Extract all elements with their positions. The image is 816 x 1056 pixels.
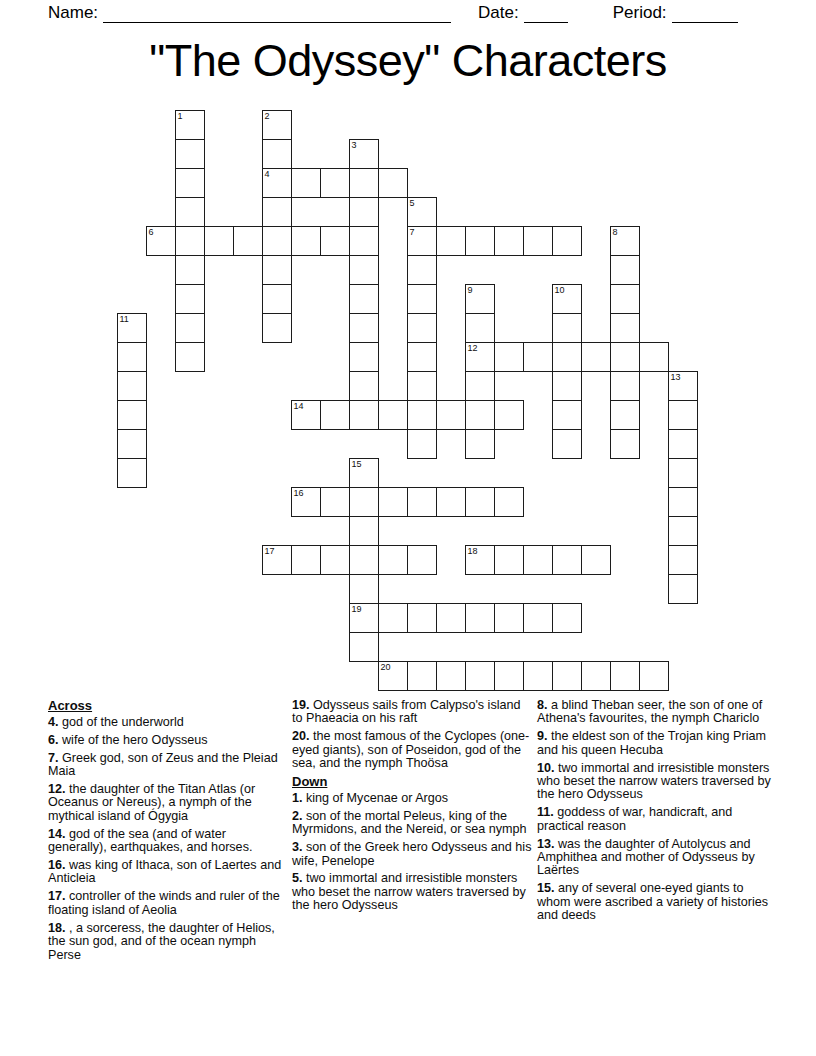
grid-cell-r16c8[interactable] [349, 574, 379, 604]
grid-cell-r1c8[interactable]: 3 [349, 139, 379, 169]
grid-cell-r17c9[interactable] [378, 603, 408, 633]
cell-number: 15 [352, 459, 362, 469]
grid-cell-r15c6[interactable] [291, 545, 321, 575]
grid-cell-r10c8[interactable] [349, 400, 379, 430]
cell-number: 12 [468, 343, 478, 353]
grid-cell-r15c8[interactable] [349, 545, 379, 575]
grid-cell-r7c5[interactable] [262, 313, 292, 343]
grid-cell-r8c14[interactable] [523, 342, 553, 372]
clue-across-16: 16. was king of Ithaca, son of Laertes a… [48, 859, 284, 886]
clue-across-17: 17. controller of the winds and ruler of… [48, 890, 284, 917]
cell-number: 20 [381, 662, 391, 672]
grid-cell-r4c14[interactable] [523, 226, 553, 256]
cell-number: 11 [120, 314, 129, 324]
grid-cell-r4c1[interactable]: 6 [146, 226, 176, 256]
grid-cell-r10c19[interactable] [668, 400, 698, 430]
grid-cell-r5c10[interactable] [407, 255, 437, 285]
clue-number-label: 18. [48, 921, 69, 935]
grid-cell-r17c11[interactable] [436, 603, 466, 633]
clue-number-label: 6. [48, 733, 62, 747]
clue-number-label: 20. [292, 729, 313, 743]
grid-cell-r19c12[interactable] [465, 661, 495, 691]
grid-cell-r5c5[interactable] [262, 255, 292, 285]
grid-cell-r19c9[interactable]: 20 [378, 661, 408, 691]
grid-cell-r17c14[interactable] [523, 603, 553, 633]
grid-cell-r4c2[interactable] [175, 226, 205, 256]
grid-cell-r15c9[interactable] [378, 545, 408, 575]
grid-cell-r15c19[interactable] [668, 545, 698, 575]
grid-cell-r11c10[interactable] [407, 429, 437, 459]
clue-across-4: 4. god of the underworld [48, 716, 284, 729]
grid-cell-r13c10[interactable] [407, 487, 437, 517]
grid-cell-r19c10[interactable] [407, 661, 437, 691]
clue-across-20: 20. the most famous of the Cyclopes (one… [292, 730, 532, 770]
cell-number: 9 [468, 285, 473, 295]
clue-number-label: 12. [48, 782, 69, 796]
cell-number: 6 [149, 227, 154, 237]
grid-cell-r10c0[interactable] [117, 400, 147, 430]
grid-cell-r9c8[interactable] [349, 371, 379, 401]
grid-cell-r19c15[interactable] [552, 661, 582, 691]
grid-cell-r10c17[interactable] [610, 400, 640, 430]
grid-cell-r13c12[interactable] [465, 487, 495, 517]
grid-cell-r7c12[interactable] [465, 313, 495, 343]
grid-cell-r6c17[interactable] [610, 284, 640, 314]
grid-cell-r10c9[interactable] [378, 400, 408, 430]
grid-cell-r0c2[interactable]: 1 [175, 110, 205, 140]
grid-cell-r9c15[interactable] [552, 371, 582, 401]
clue-down-8: 8. a blind Theban seer, the son of one o… [537, 699, 777, 726]
across-heading: Across [48, 699, 284, 712]
grid-cell-r4c13[interactable] [494, 226, 524, 256]
grid-cell-r5c17[interactable] [610, 255, 640, 285]
grid-cell-r4c6[interactable] [291, 226, 321, 256]
grid-cell-r13c8[interactable] [349, 487, 379, 517]
clue-number-label: 17. [48, 889, 69, 903]
date-label: Date: [478, 3, 519, 23]
grid-cell-r8c12[interactable]: 12 [465, 342, 495, 372]
grid-cell-r15c7[interactable] [320, 545, 350, 575]
cell-number: 1 [178, 111, 183, 121]
grid-cell-r8c13[interactable] [494, 342, 524, 372]
grid-cell-r7c0[interactable]: 11 [117, 313, 147, 343]
clue-number-label: 16. [48, 858, 69, 872]
grid-cell-r0c5[interactable]: 2 [262, 110, 292, 140]
grid-cell-r4c7[interactable] [320, 226, 350, 256]
clue-across-12: 12. the daughter of the Titan Atlas (or … [48, 783, 284, 823]
cell-number: 7 [410, 227, 415, 237]
grid-cell-r2c8[interactable] [349, 168, 379, 198]
grid-cell-r18c8[interactable] [349, 632, 379, 662]
grid-cell-r7c2[interactable] [175, 313, 205, 343]
grid-cell-r17c13[interactable] [494, 603, 524, 633]
grid-cell-r6c15[interactable]: 10 [552, 284, 582, 314]
down-heading: Down [292, 775, 532, 788]
cell-number: 8 [613, 227, 618, 237]
grid-cell-r2c2[interactable] [175, 168, 205, 198]
period-input-line[interactable] [672, 7, 738, 23]
grid-cell-r9c12[interactable] [465, 371, 495, 401]
grid-cell-r13c11[interactable] [436, 487, 466, 517]
grid-cell-r11c15[interactable] [552, 429, 582, 459]
cell-number: 3 [352, 140, 357, 150]
grid-cell-r10c15[interactable] [552, 400, 582, 430]
clue-down-10: 10. two immortal and irresistible monste… [537, 762, 777, 802]
clue-down-13: 13. was the daughter of Autolycus and Am… [537, 838, 777, 878]
grid-cell-r17c15[interactable] [552, 603, 582, 633]
grid-cell-r3c8[interactable] [349, 197, 379, 227]
cell-number: 17 [265, 546, 275, 556]
grid-cell-r19c14[interactable] [523, 661, 553, 691]
grid-cell-r4c3[interactable] [204, 226, 234, 256]
grid-cell-r12c0[interactable] [117, 458, 147, 488]
clue-number-label: 8. [537, 698, 551, 712]
grid-cell-r13c6[interactable]: 16 [291, 487, 321, 517]
puzzle-title: "The Odyssey" Characters [0, 35, 816, 87]
clue-down-15: 15. any of several one-eyed giants to wh… [537, 882, 777, 922]
grid-cell-r11c0[interactable] [117, 429, 147, 459]
grid-cell-r14c19[interactable] [668, 516, 698, 546]
grid-cell-r2c6[interactable] [291, 168, 321, 198]
clue-number-label: 14. [48, 827, 69, 841]
grid-cell-r11c12[interactable] [465, 429, 495, 459]
clue-number-label: 4. [48, 715, 62, 729]
grid-cell-r10c13[interactable] [494, 400, 524, 430]
cell-number: 13 [671, 372, 681, 382]
grid-cell-r15c10[interactable] [407, 545, 437, 575]
grid-cell-r7c17[interactable] [610, 313, 640, 343]
clue-down-9: 9. the eldest son of the Trojan king Pri… [537, 730, 777, 757]
grid-cell-r19c11[interactable] [436, 661, 466, 691]
clue-down-5: 5. two immortal and irresistible monster… [292, 872, 532, 912]
grid-cell-r5c2[interactable] [175, 255, 205, 285]
grid-cell-r10c7[interactable] [320, 400, 350, 430]
cell-number: 4 [265, 169, 270, 179]
grid-cell-r8c17[interactable] [610, 342, 640, 372]
grid-cell-r14c8[interactable] [349, 516, 379, 546]
grid-cell-r12c19[interactable] [668, 458, 698, 488]
clue-number-label: 9. [537, 729, 551, 743]
grid-cell-r13c13[interactable] [494, 487, 524, 517]
grid-cell-r19c13[interactable] [494, 661, 524, 691]
grid-cell-r3c5[interactable] [262, 197, 292, 227]
grid-cell-r1c5[interactable] [262, 139, 292, 169]
grid-cell-r8c10[interactable] [407, 342, 437, 372]
grid-cell-r8c0[interactable] [117, 342, 147, 372]
clue-across-18: 18. , a sorceress, the daughter of Helio… [48, 922, 284, 962]
clue-across-19: 19. Odysseus sails from Calypso's island… [292, 699, 532, 726]
clue-across-7: 7. Greek god, son of Zeus and the Pleiad… [48, 752, 284, 779]
grid-cell-r10c10[interactable] [407, 400, 437, 430]
grid-cell-r10c12[interactable] [465, 400, 495, 430]
grid-cell-r3c10[interactable]: 5 [407, 197, 437, 227]
grid-cell-r8c2[interactable] [175, 342, 205, 372]
grid-cell-r7c8[interactable] [349, 313, 379, 343]
grid-cell-r15c14[interactable] [523, 545, 553, 575]
grid-cell-r4c12[interactable] [465, 226, 495, 256]
grid-cell-r8c8[interactable] [349, 342, 379, 372]
grid-cell-r15c16[interactable] [581, 545, 611, 575]
grid-cell-r4c8[interactable] [349, 226, 379, 256]
grid-cell-r2c7[interactable] [320, 168, 350, 198]
clue-down-3: 3. son of the Greek hero Odysseus and hi… [292, 841, 532, 868]
grid-cell-r6c8[interactable] [349, 284, 379, 314]
clue-down-1: 1. king of Mycenae or Argos [292, 792, 532, 805]
clue-number-label: 3. [292, 840, 306, 854]
clue-number-label: 7. [48, 751, 62, 765]
clue-column-1: Across4. god of the underworld6. wife of… [48, 699, 284, 966]
grid-cell-r1c2[interactable] [175, 139, 205, 169]
crossword-grid: 1243576891210111314151916171820 [117, 110, 698, 691]
cell-number: 5 [410, 198, 415, 208]
grid-cell-r7c10[interactable] [407, 313, 437, 343]
cell-number: 19 [352, 604, 362, 614]
name-input-line[interactable] [103, 7, 451, 23]
grid-cell-r16c19[interactable] [668, 574, 698, 604]
grid-cell-r5c8[interactable] [349, 255, 379, 285]
grid-cell-r4c17[interactable]: 8 [610, 226, 640, 256]
grid-cell-r19c16[interactable] [581, 661, 611, 691]
grid-cell-r2c5[interactable]: 4 [262, 168, 292, 198]
grid-cell-r6c12[interactable]: 9 [465, 284, 495, 314]
grid-cell-r6c2[interactable] [175, 284, 205, 314]
clue-down-11: 11. goddess of war, handicraft, and prac… [537, 806, 777, 833]
clue-across-6: 6. wife of the hero Odysseus [48, 734, 284, 747]
clue-column-2: 19. Odysseus sails from Calypso's island… [292, 699, 532, 917]
grid-cell-r17c12[interactable] [465, 603, 495, 633]
grid-cell-r4c11[interactable] [436, 226, 466, 256]
clue-number-label: 1. [292, 791, 306, 805]
clue-across-14: 14. god of the sea (and of water general… [48, 828, 284, 855]
clue-number-label: 15. [537, 881, 558, 895]
clue-number-label: 11. [537, 805, 557, 819]
cell-number: 2 [265, 111, 270, 121]
grid-cell-r19c18[interactable] [639, 661, 669, 691]
cell-number: 10 [555, 285, 565, 295]
clue-number-label: 10. [537, 761, 558, 775]
worksheet-header: Name: Date: Period: [48, 3, 738, 23]
grid-cell-r8c16[interactable] [581, 342, 611, 372]
grid-cell-r9c17[interactable] [610, 371, 640, 401]
grid-cell-r17c10[interactable] [407, 603, 437, 633]
grid-cell-r15c15[interactable] [552, 545, 582, 575]
grid-cell-r19c17[interactable] [610, 661, 640, 691]
clue-column-3: 8. a blind Theban seer, the son of one o… [537, 699, 777, 927]
grid-cell-r6c5[interactable] [262, 284, 292, 314]
grid-cell-r8c18[interactable] [639, 342, 669, 372]
grid-cell-r9c19[interactable]: 13 [668, 371, 698, 401]
grid-cell-r4c5[interactable] [262, 226, 292, 256]
grid-cell-r12c8[interactable]: 15 [349, 458, 379, 488]
grid-cell-r15c13[interactable] [494, 545, 524, 575]
period-label: Period: [613, 3, 667, 23]
clue-number-label: 2. [292, 809, 306, 823]
clue-down-2: 2. son of the mortal Peleus, king of the… [292, 810, 532, 837]
grid-cell-r11c19[interactable] [668, 429, 698, 459]
grid-cell-r10c6[interactable]: 14 [291, 400, 321, 430]
grid-cell-r6c10[interactable] [407, 284, 437, 314]
grid-cell-r15c12[interactable]: 18 [465, 545, 495, 575]
grid-cell-r13c9[interactable] [378, 487, 408, 517]
grid-cell-r9c0[interactable] [117, 371, 147, 401]
grid-cell-r8c15[interactable] [552, 342, 582, 372]
name-label: Name: [48, 3, 98, 23]
clue-number-label: 5. [292, 871, 306, 885]
clue-number-label: 13. [537, 837, 558, 851]
grid-cell-r13c7[interactable] [320, 487, 350, 517]
grid-cell-r7c15[interactable] [552, 313, 582, 343]
grid-cell-r11c17[interactable] [610, 429, 640, 459]
cell-number: 16 [294, 488, 304, 498]
grid-cell-r9c10[interactable] [407, 371, 437, 401]
grid-cell-r13c19[interactable] [668, 487, 698, 517]
cell-number: 18 [468, 546, 478, 556]
date-input-line[interactable] [524, 7, 568, 23]
grid-cell-r3c2[interactable] [175, 197, 205, 227]
clue-number-label: 19. [292, 698, 313, 712]
grid-cell-r4c10[interactable]: 7 [407, 226, 437, 256]
grid-cell-r15c5[interactable]: 17 [262, 545, 292, 575]
grid-cell-r2c9[interactable] [378, 168, 408, 198]
grid-cell-r4c15[interactable] [552, 226, 582, 256]
grid-cell-r10c11[interactable] [436, 400, 466, 430]
grid-cell-r17c8[interactable]: 19 [349, 603, 379, 633]
cell-number: 14 [294, 401, 304, 411]
grid-cell-r4c4[interactable] [233, 226, 263, 256]
